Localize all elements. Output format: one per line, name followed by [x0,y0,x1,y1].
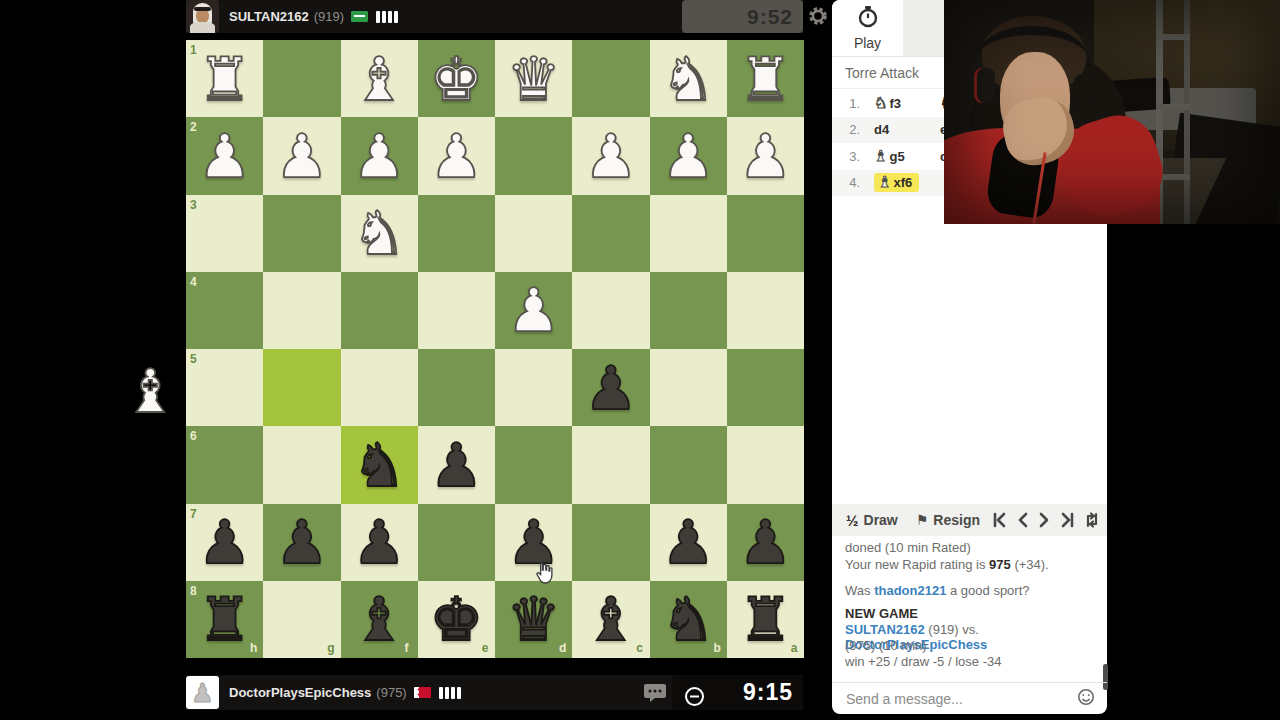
square-d5[interactable] [495,349,572,426]
square-a2[interactable]: ♟ [727,117,804,194]
square-c1[interactable] [572,40,649,117]
saudi-arabia-flag-icon [351,11,368,22]
file-label-d: d [559,641,566,655]
rank-label-2: 2 [190,120,197,134]
square-g3[interactable] [263,195,340,272]
white-P[interactable]: ♟ [429,126,483,186]
rank-label-5: 5 [190,352,197,366]
emoji-smiley-icon[interactable] [1077,688,1095,710]
square-e7[interactable] [418,504,495,581]
file-label-c: c [636,641,643,655]
square-a7[interactable]: ♟ [727,504,804,581]
square-e3[interactable] [418,195,495,272]
square-c2[interactable]: ♟ [572,117,649,194]
rank-label-7: 7 [190,507,197,521]
chat-rating-line: Your new Rapid rating is 975 (+34). [845,557,1060,572]
move-white-2[interactable]: d4 [874,122,930,137]
black-P[interactable]: ♟ [738,512,792,572]
black-P[interactable]: ♟ [584,358,638,418]
square-h3[interactable] [186,195,263,272]
tab-play[interactable]: Play [832,0,903,56]
square-e1[interactable]: ♚ [418,40,495,117]
top-player-avatar[interactable] [186,0,219,33]
move-white-4-current[interactable]: ♝ xf6 [874,173,930,192]
bottom-player-connection-bars [439,687,461,699]
square-f3[interactable]: ♞ [341,195,418,272]
white-P[interactable]: ♟ [661,126,715,186]
file-label-a: a [791,641,798,655]
black-K[interactable]: ♚ [429,589,483,649]
white-P[interactable]: ♟ [507,280,561,340]
white-P[interactable]: ♟ [738,126,792,186]
chat-system-line-1: doned (10 min Rated) [845,540,1060,555]
file-label-e: e [482,641,489,655]
bottom-player-clock: 9:15 [672,675,803,710]
square-e2[interactable]: ♟ [418,117,495,194]
black-N[interactable]: ♞ [661,589,715,649]
black-B[interactable]: ♝ [584,589,638,649]
sultan2162-link[interactable]: SULTAN2162 [845,622,925,637]
square-c5[interactable]: ♟ [572,349,649,426]
square-b2[interactable]: ♟ [650,117,727,194]
white-P[interactable]: ♟ [275,126,329,186]
square-a3[interactable] [727,195,804,272]
square-b1[interactable]: ♞ [650,40,727,117]
move-white-3[interactable]: ♝ g5 [874,149,930,164]
white-B[interactable]: ♝ [352,49,406,109]
move-number: 3. [832,149,860,164]
draw-button[interactable]: ½ Draw [846,512,898,529]
stopwatch-icon [857,5,879,32]
nav-last-move-button[interactable] [1058,511,1076,529]
chat-bubble-icon[interactable] [643,682,667,708]
square-h6[interactable] [186,426,263,503]
settings-gear-icon[interactable] [808,6,828,30]
bottom-player-avatar[interactable]: ♟ [186,676,219,709]
chat-input-placeholder: Send a message... [846,691,1077,707]
white-bishop-icon: ♝ [878,175,891,190]
square-g2[interactable]: ♟ [263,117,340,194]
rank-label-4: 4 [190,275,197,289]
webcam-overlay [944,0,1280,224]
black-P[interactable]: ♟ [352,512,406,572]
bottom-player-bar: ♟ DoctorPlaysEpicChess (975) 9:15 [186,675,803,710]
white-bishop-icon: ♝ [874,149,887,164]
file-label-b: b [714,641,721,655]
red-white-flag-icon [414,687,431,698]
top-player-connection-bars [376,11,398,23]
black-P[interactable]: ♟ [198,512,252,572]
white-Q[interactable]: ♛ [507,49,561,109]
square-a5[interactable] [727,349,804,426]
top-player-rating: (919) [314,9,344,24]
black-R[interactable]: ♜ [198,589,252,649]
white-N[interactable]: ♞ [352,203,406,263]
square-b5[interactable] [650,349,727,426]
rank-label-3: 3 [190,198,197,212]
half-icon: ½ [846,512,859,529]
square-f2[interactable]: ♟ [341,117,418,194]
rank-label-8: 8 [190,584,197,598]
square-d6[interactable] [495,426,572,503]
game-controls-bar: ½ Draw ⚑ Resign [832,504,1107,536]
move-number: 2. [832,122,860,137]
square-g5[interactable] [263,349,340,426]
move-number: 1. [832,96,860,111]
square-a4[interactable] [727,272,804,349]
square-g7[interactable]: ♟ [263,504,340,581]
square-c4[interactable] [572,272,649,349]
black-R[interactable]: ♜ [738,589,792,649]
current-move-highlight: ♝ xf6 [874,173,919,192]
nav-next-move-button[interactable] [1037,511,1051,529]
app-screen: SULTAN2162 (919) 9:52 ♜♝♚♛♞♜♟♟♟♟♟♟♟♞♟♟♞♟… [0,0,1280,720]
resign-flag-icon: ⚑ [916,512,929,528]
chat-time-control-line: (975) (10 min) [845,638,1060,653]
white-R[interactable]: ♜ [738,49,792,109]
bottom-player-rating: (975) [376,685,406,700]
top-player-bar: SULTAN2162 (919) 9:52 [186,0,803,33]
animating-white-bishop[interactable]: ♝ [112,352,189,429]
square-d1[interactable]: ♛ [495,40,572,117]
square-d3[interactable] [495,195,572,272]
white-P[interactable]: ♟ [352,126,406,186]
chess-board[interactable]: ♜♝♚♛♞♜♟♟♟♟♟♟♟♞♟♟♞♟♟♟♟♟♟♟♜♝♚♛♝♞♜12345678h… [186,40,804,658]
square-f6[interactable]: ♞ [341,426,418,503]
file-label-h: h [250,641,257,655]
square-c6[interactable] [572,426,649,503]
rank-label-6: 6 [190,429,197,443]
square-g4[interactable] [263,272,340,349]
square-g1[interactable] [263,40,340,117]
square-f5[interactable] [341,349,418,426]
square-h4[interactable] [186,272,263,349]
square-b4[interactable] [650,272,727,349]
white-K[interactable]: ♚ [429,49,483,109]
white-R[interactable]: ♜ [198,49,252,109]
chat-new-game-header: NEW GAME [845,606,1060,621]
tab-play-label: Play [854,35,881,51]
chat-rating-stakes-line: win +25 / draw -5 / lose -34 [845,654,1060,669]
square-b6[interactable] [650,426,727,503]
nav-prev-move-button[interactable] [1016,511,1030,529]
chat-message-input[interactable]: Send a message... [832,682,1107,714]
square-e4[interactable] [418,272,495,349]
top-player-name[interactable]: SULTAN2162 [229,9,309,24]
square-e6[interactable]: ♟ [418,426,495,503]
square-f7[interactable]: ♟ [341,504,418,581]
square-e5[interactable] [418,349,495,426]
square-h5[interactable] [186,349,263,426]
square-f1[interactable]: ♝ [341,40,418,117]
circle-minus-icon [684,682,705,717]
square-b3[interactable] [650,195,727,272]
square-b7[interactable]: ♟ [650,504,727,581]
thadon2121-link[interactable]: thadon2121 [874,583,946,598]
square-d2[interactable] [495,117,572,194]
square-h2[interactable]: ♟ [186,117,263,194]
square-h7[interactable]: ♟ [186,504,263,581]
black-P[interactable]: ♟ [429,435,483,495]
white-N[interactable]: ♞ [661,49,715,109]
nav-first-move-button[interactable] [991,511,1009,529]
square-a6[interactable] [727,426,804,503]
white-P[interactable]: ♟ [584,126,638,186]
square-a1[interactable]: ♜ [727,40,804,117]
flip-board-button[interactable] [1083,511,1101,529]
black-Q[interactable]: ♛ [507,589,561,649]
square-c7[interactable] [572,504,649,581]
rank-label-1: 1 [190,43,197,57]
square-d4[interactable]: ♟ [495,272,572,349]
file-label-g: g [327,641,334,655]
bottom-player-name[interactable]: DoctorPlaysEpicChess [229,685,371,700]
hand-cursor-icon [532,560,556,590]
chat-good-sport-line: Was thadon2121 a good sport? [845,583,1060,598]
black-N[interactable]: ♞ [352,435,406,495]
black-P[interactable]: ♟ [275,512,329,572]
square-g6[interactable] [263,426,340,503]
square-h1[interactable]: ♜ [186,40,263,117]
file-label-f: f [405,641,409,655]
square-f4[interactable] [341,272,418,349]
square-c3[interactable] [572,195,649,272]
black-B[interactable]: ♝ [352,589,406,649]
move-number: 4. [832,175,860,190]
white-knight-icon: ♞ [874,96,887,111]
black-P[interactable]: ♟ [661,512,715,572]
resign-button[interactable]: ⚑ Resign [916,512,980,528]
move-white-1[interactable]: ♞ f3 [874,96,930,111]
top-player-clock: 9:52 [682,0,803,33]
white-P[interactable]: ♟ [198,126,252,186]
